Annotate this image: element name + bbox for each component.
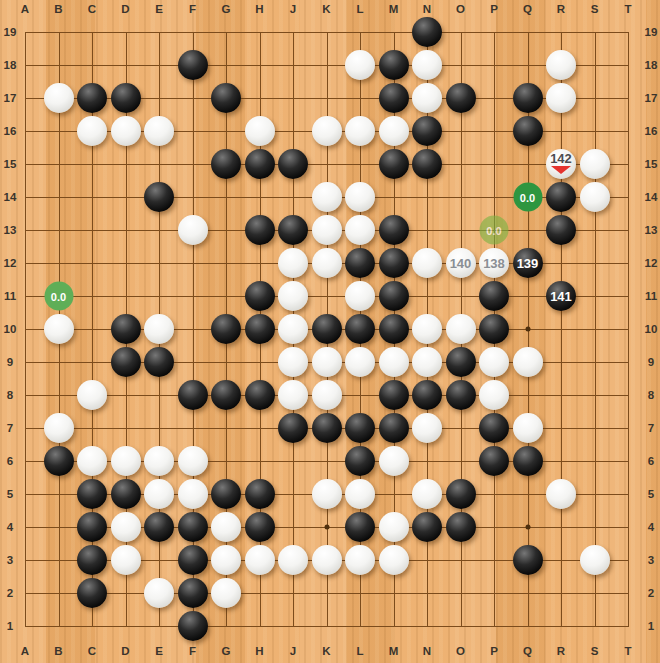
row-label-left: 5 (7, 488, 13, 500)
row-label-right: 13 (645, 224, 658, 236)
stone-white (312, 545, 342, 575)
stone-black (379, 248, 409, 278)
row-label-right: 3 (648, 554, 654, 566)
stone-white (546, 479, 576, 509)
row-label-left: 15 (4, 158, 17, 170)
row-label-right: 6 (648, 455, 654, 467)
col-label-top: T (624, 3, 631, 15)
col-label-bottom: O (456, 645, 465, 657)
stone-black (513, 116, 543, 146)
stone-black (111, 83, 141, 113)
stone-black (211, 83, 241, 113)
stone-white (546, 83, 576, 113)
stone-black (412, 149, 442, 179)
go-board[interactable]: AABBCCDDEEFFGGHHJJKKLLMMNNOOPPQQRRSSTT19… (0, 0, 660, 663)
col-label-bottom: H (255, 645, 263, 657)
stone-white (479, 380, 509, 410)
row-label-left: 4 (7, 521, 13, 533)
col-label-bottom: N (423, 645, 431, 657)
row-label-right: 12 (645, 257, 658, 269)
stone-black (446, 83, 476, 113)
col-label-top: O (456, 3, 465, 15)
stone-black (211, 149, 241, 179)
row-label-left: 6 (7, 455, 13, 467)
stone-black (412, 380, 442, 410)
col-label-top: G (222, 3, 231, 15)
row-label-right: 17 (645, 92, 658, 104)
stone-black (245, 314, 275, 344)
ai-suggestion-P13[interactable]: 0.0 (480, 216, 509, 245)
col-label-bottom: K (322, 645, 330, 657)
stone-black (211, 479, 241, 509)
row-label-left: 19 (4, 26, 17, 38)
stone-white (77, 116, 107, 146)
stone-white (245, 545, 275, 575)
stone-white (178, 446, 208, 476)
stone-black (245, 281, 275, 311)
col-label-bottom: L (356, 645, 363, 657)
stone-black (245, 512, 275, 542)
col-label-bottom: Q (523, 645, 532, 657)
stone-white (345, 281, 375, 311)
stone-black (513, 446, 543, 476)
stone-white (379, 446, 409, 476)
stone-black (379, 83, 409, 113)
row-label-left: 16 (4, 125, 17, 137)
stone-black (379, 215, 409, 245)
stone-white (278, 347, 308, 377)
stone-white (345, 545, 375, 575)
stone-black (412, 17, 442, 47)
col-label-top: F (189, 3, 196, 15)
stone-black (278, 413, 308, 443)
stone-white (513, 413, 543, 443)
grid-line-vertical (595, 32, 596, 627)
stone-white (144, 479, 174, 509)
stone-white (312, 215, 342, 245)
stone-white (111, 512, 141, 542)
row-label-left: 14 (4, 191, 17, 203)
col-label-bottom: S (591, 645, 599, 657)
stone-black: 141 (546, 281, 576, 311)
move-number-label: 138 (479, 257, 509, 270)
row-label-right: 16 (645, 125, 658, 137)
move-number-label: 139 (513, 257, 543, 270)
stone-black (479, 413, 509, 443)
stone-white (278, 281, 308, 311)
stone-black (513, 545, 543, 575)
stone-white (479, 347, 509, 377)
stone-black (178, 50, 208, 80)
stone-white (580, 182, 610, 212)
stone-black (312, 314, 342, 344)
stone-black (77, 578, 107, 608)
stone-white (312, 479, 342, 509)
col-label-top: N (423, 3, 431, 15)
last-move-marker-red-wedge (551, 166, 571, 174)
stone-black (77, 83, 107, 113)
row-label-left: 10 (4, 323, 17, 335)
stone-black (278, 149, 308, 179)
stone-white (412, 479, 442, 509)
stone-white (345, 347, 375, 377)
stone-black (345, 446, 375, 476)
stone-black (379, 281, 409, 311)
stone-white (580, 149, 610, 179)
stone-white (345, 182, 375, 212)
col-label-bottom: J (290, 645, 296, 657)
row-label-left: 17 (4, 92, 17, 104)
stone-black (446, 380, 476, 410)
stone-white (77, 380, 107, 410)
row-label-left: 9 (7, 356, 13, 368)
col-label-bottom: M (389, 645, 399, 657)
ai-suggestion-Q14[interactable]: 0.0 (513, 183, 542, 212)
stone-white (144, 578, 174, 608)
stone-white (345, 116, 375, 146)
row-label-left: 11 (4, 290, 16, 302)
row-label-right: 14 (645, 191, 658, 203)
stone-black (446, 479, 476, 509)
stone-white (278, 380, 308, 410)
stone-black (513, 83, 543, 113)
stone-white (312, 380, 342, 410)
stone-black (245, 380, 275, 410)
col-label-top: P (490, 3, 498, 15)
stone-white (111, 116, 141, 146)
stone-white (345, 215, 375, 245)
col-label-top: D (121, 3, 129, 15)
row-label-left: 13 (4, 224, 17, 236)
stone-black (446, 347, 476, 377)
stone-white (312, 347, 342, 377)
row-label-left: 3 (7, 554, 13, 566)
stone-black (412, 512, 442, 542)
row-label-right: 9 (648, 356, 654, 368)
stone-white (312, 248, 342, 278)
col-label-bottom: T (624, 645, 631, 657)
stone-white (211, 578, 241, 608)
stone-black (278, 215, 308, 245)
stone-black (211, 314, 241, 344)
stone-white (245, 116, 275, 146)
stone-white (144, 116, 174, 146)
stone-black (479, 281, 509, 311)
stone-black (379, 380, 409, 410)
stone-black (446, 512, 476, 542)
stone-black (546, 182, 576, 212)
row-label-right: 2 (648, 587, 654, 599)
stone-black (546, 215, 576, 245)
ai-suggestion-B11[interactable]: 0.0 (44, 282, 73, 311)
row-label-right: 15 (645, 158, 658, 170)
col-label-top: Q (523, 3, 532, 15)
stone-white (77, 446, 107, 476)
stone-black (178, 380, 208, 410)
star-point (525, 327, 530, 332)
stone-white (412, 347, 442, 377)
stone-white (379, 512, 409, 542)
col-label-bottom: E (155, 645, 163, 657)
stone-white: 138 (479, 248, 509, 278)
stone-white (580, 545, 610, 575)
stone-white (379, 116, 409, 146)
stone-black (412, 116, 442, 146)
stone-white: 142 (546, 149, 576, 179)
stone-black (178, 578, 208, 608)
row-label-right: 10 (645, 323, 658, 335)
stone-white (111, 545, 141, 575)
col-label-bottom: F (189, 645, 196, 657)
stone-white (144, 446, 174, 476)
move-number-label: 142 (546, 152, 576, 165)
row-label-right: 11 (645, 290, 657, 302)
col-label-top: K (322, 3, 330, 15)
stone-white (446, 314, 476, 344)
row-label-right: 8 (648, 389, 654, 401)
stone-black (345, 413, 375, 443)
grid-line-horizontal (25, 593, 629, 594)
col-label-bottom: B (54, 645, 62, 657)
col-label-top: C (88, 3, 96, 15)
stone-white (379, 347, 409, 377)
stone-black (144, 347, 174, 377)
stone-white (278, 248, 308, 278)
stone-white (546, 50, 576, 80)
stone-white: 140 (446, 248, 476, 278)
stone-black (77, 512, 107, 542)
stone-white (412, 83, 442, 113)
stone-white (211, 512, 241, 542)
stone-black (379, 149, 409, 179)
stone-black (345, 314, 375, 344)
col-label-top: J (290, 3, 296, 15)
col-label-bottom: R (557, 645, 565, 657)
stone-black (211, 380, 241, 410)
col-label-bottom: P (490, 645, 498, 657)
stone-black (178, 611, 208, 641)
star-point (324, 525, 329, 530)
stone-white (412, 314, 442, 344)
col-label-top: E (155, 3, 163, 15)
stone-white (345, 479, 375, 509)
stone-white (278, 545, 308, 575)
col-label-bottom: G (222, 645, 231, 657)
row-label-right: 19 (645, 26, 658, 38)
stone-black (345, 512, 375, 542)
stone-black (379, 314, 409, 344)
col-label-top: R (557, 3, 565, 15)
stone-black (345, 248, 375, 278)
col-label-bottom: C (88, 645, 96, 657)
stone-black (245, 215, 275, 245)
stone-black (111, 314, 141, 344)
row-label-right: 7 (648, 422, 654, 434)
row-label-left: 8 (7, 389, 13, 401)
stone-black (479, 314, 509, 344)
stone-black (144, 512, 174, 542)
stone-white (379, 545, 409, 575)
row-label-right: 18 (645, 59, 658, 71)
stone-black (178, 512, 208, 542)
move-number-label: 141 (546, 290, 576, 303)
col-label-bottom: A (21, 645, 29, 657)
row-label-left: 1 (7, 620, 13, 632)
stone-white (144, 314, 174, 344)
stone-black (479, 446, 509, 476)
col-label-top: B (54, 3, 62, 15)
stone-black (111, 479, 141, 509)
stone-white (278, 314, 308, 344)
stone-white (412, 413, 442, 443)
stone-white (44, 413, 74, 443)
stone-white (44, 83, 74, 113)
stone-black (245, 479, 275, 509)
col-label-top: H (255, 3, 263, 15)
stone-white (513, 347, 543, 377)
stone-black (144, 182, 174, 212)
move-number-label: 140 (446, 257, 476, 270)
stone-black (245, 149, 275, 179)
grid-line-horizontal (25, 626, 629, 627)
stone-black (312, 413, 342, 443)
stone-black (178, 545, 208, 575)
stone-white (345, 50, 375, 80)
col-label-top: A (21, 3, 29, 15)
col-label-bottom: D (121, 645, 129, 657)
row-label-left: 7 (7, 422, 13, 434)
stone-white (111, 446, 141, 476)
row-label-left: 18 (4, 59, 17, 71)
col-label-top: M (389, 3, 399, 15)
col-label-top: L (356, 3, 363, 15)
stone-white (178, 215, 208, 245)
col-label-top: S (591, 3, 599, 15)
grid-line-vertical (628, 32, 629, 627)
stone-white (211, 545, 241, 575)
row-label-left: 12 (4, 257, 17, 269)
star-point (525, 525, 530, 530)
stone-black: 139 (513, 248, 543, 278)
stone-black (77, 545, 107, 575)
stone-white (412, 50, 442, 80)
stone-black (77, 479, 107, 509)
row-label-right: 4 (648, 521, 654, 533)
stone-white (412, 248, 442, 278)
stone-white (312, 116, 342, 146)
stone-white (178, 479, 208, 509)
stone-black (379, 50, 409, 80)
stone-white (312, 182, 342, 212)
stone-black (111, 347, 141, 377)
stone-black (44, 446, 74, 476)
row-label-right: 5 (648, 488, 654, 500)
row-label-right: 1 (648, 620, 654, 632)
stone-black (379, 413, 409, 443)
stone-white (44, 314, 74, 344)
grid-line-vertical (561, 32, 562, 627)
row-label-left: 2 (7, 587, 13, 599)
